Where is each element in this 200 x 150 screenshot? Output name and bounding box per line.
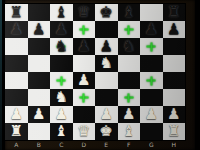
white-pawn[interactable]: ♟ <box>55 106 68 123</box>
square-g2[interactable]: ♟ <box>140 106 163 123</box>
square-d5[interactable] <box>73 55 96 72</box>
legal-move-marker <box>57 42 66 51</box>
square-h4[interactable] <box>163 72 186 89</box>
square-f7[interactable] <box>118 21 141 38</box>
file-label-a: A <box>5 141 28 150</box>
square-b8[interactable] <box>28 4 51 21</box>
square-c8[interactable]: ♝ <box>50 4 73 21</box>
square-f8[interactable]: ♝ <box>118 4 141 21</box>
square-b5[interactable] <box>28 55 51 72</box>
square-g4[interactable] <box>140 72 163 89</box>
square-d7[interactable] <box>73 21 96 38</box>
square-g8[interactable] <box>140 4 163 21</box>
black-pawn[interactable]: ♟ <box>77 38 90 55</box>
square-e8[interactable]: ♚ <box>95 4 118 21</box>
square-b1[interactable] <box>28 123 51 140</box>
legal-move-marker <box>57 76 66 85</box>
legal-move-marker <box>147 76 156 85</box>
square-g6[interactable] <box>140 38 163 55</box>
square-h3[interactable] <box>163 89 186 106</box>
square-g3[interactable] <box>140 89 163 106</box>
file-label-f: F <box>118 141 141 150</box>
file-label-e: E <box>95 141 118 150</box>
white-rook[interactable]: ♜ <box>167 123 180 140</box>
square-e3[interactable] <box>95 89 118 106</box>
square-d2[interactable] <box>73 106 96 123</box>
black-rook[interactable]: ♜ <box>10 4 23 21</box>
square-a2[interactable]: ♟ <box>5 106 28 123</box>
square-b6[interactable] <box>28 38 51 55</box>
black-bishop[interactable]: ♝ <box>122 4 135 21</box>
square-a5[interactable] <box>5 55 28 72</box>
legal-move-marker <box>124 93 133 102</box>
square-f6[interactable]: ♞ <box>118 38 141 55</box>
file-label-row: ABCDEFGH <box>5 141 185 150</box>
file-label-b: B <box>28 141 51 150</box>
chess-board[interactable]: ♜♝♛♚♝♜♟♟♟♟♟♞♟♟♞♞♟♞♟♟♟♟♟♟♟♜♝♛♚♝♜ <box>5 4 185 140</box>
square-d1[interactable]: ♛ <box>73 123 96 140</box>
white-pawn[interactable]: ♟ <box>100 106 113 123</box>
square-f4[interactable] <box>118 72 141 89</box>
white-queen[interactable]: ♛ <box>77 123 90 140</box>
white-knight[interactable]: ♞ <box>55 89 68 106</box>
white-pawn[interactable]: ♟ <box>122 106 135 123</box>
square-a7[interactable]: ♟ <box>5 21 28 38</box>
black-pawn[interactable]: ♟ <box>145 21 158 38</box>
file-label-c: C <box>50 141 73 150</box>
black-king[interactable]: ♚ <box>100 4 113 21</box>
square-e6[interactable]: ♟ <box>95 38 118 55</box>
legal-move-marker <box>124 25 133 34</box>
square-b4[interactable] <box>28 72 51 89</box>
legal-move-marker <box>79 93 88 102</box>
white-knight[interactable]: ♞ <box>100 55 113 72</box>
white-pawn[interactable]: ♟ <box>77 72 90 89</box>
chess-app-window: ♜♝♛♚♝♜♟♟♟♟♟♞♟♟♞♞♟♞♟♟♟♟♟♟♟♜♝♛♚♝♜ ABCDEFGH <box>0 0 200 150</box>
white-pawn[interactable]: ♟ <box>32 106 45 123</box>
square-d8[interactable]: ♛ <box>73 4 96 21</box>
legal-move-marker <box>79 25 88 34</box>
black-pawn[interactable]: ♟ <box>55 21 68 38</box>
square-h1[interactable]: ♜ <box>163 123 186 140</box>
square-c2[interactable]: ♟ <box>50 106 73 123</box>
file-label-g: G <box>140 141 163 150</box>
white-rook[interactable]: ♜ <box>10 123 23 140</box>
black-queen[interactable]: ♛ <box>77 4 90 21</box>
square-c6[interactable]: ♞ <box>50 38 73 55</box>
white-pawn[interactable]: ♟ <box>145 106 158 123</box>
black-pawn[interactable]: ♟ <box>167 21 180 38</box>
white-bishop[interactable]: ♝ <box>122 123 135 140</box>
square-b7[interactable]: ♟ <box>28 21 51 38</box>
white-pawn[interactable]: ♟ <box>167 106 180 123</box>
square-c7[interactable]: ♟ <box>50 21 73 38</box>
square-g7[interactable]: ♟ <box>140 21 163 38</box>
square-d4[interactable]: ♟ <box>73 72 96 89</box>
square-a4[interactable] <box>5 72 28 89</box>
black-bishop[interactable]: ♝ <box>55 4 68 21</box>
square-h7[interactable]: ♟ <box>163 21 186 38</box>
black-knight[interactable]: ♞ <box>122 38 135 55</box>
black-pawn[interactable]: ♟ <box>32 21 45 38</box>
square-e2[interactable]: ♟ <box>95 106 118 123</box>
white-pawn[interactable]: ♟ <box>10 106 23 123</box>
square-e1[interactable]: ♚ <box>95 123 118 140</box>
square-a1[interactable]: ♜ <box>5 123 28 140</box>
file-label-d: D <box>73 141 96 150</box>
square-f2[interactable]: ♟ <box>118 106 141 123</box>
square-g5[interactable] <box>140 55 163 72</box>
square-f1[interactable]: ♝ <box>118 123 141 140</box>
square-e5[interactable]: ♞ <box>95 55 118 72</box>
square-h5[interactable] <box>163 55 186 72</box>
square-g1[interactable] <box>140 123 163 140</box>
file-label-h: H <box>163 141 186 150</box>
square-d6[interactable]: ♟ <box>73 38 96 55</box>
square-b2[interactable]: ♟ <box>28 106 51 123</box>
black-pawn[interactable]: ♟ <box>100 38 113 55</box>
square-a6[interactable] <box>5 38 28 55</box>
black-rook[interactable]: ♜ <box>167 4 180 21</box>
square-c3[interactable]: ♞ <box>50 89 73 106</box>
white-bishop[interactable]: ♝ <box>55 123 68 140</box>
square-e4[interactable] <box>95 72 118 89</box>
square-h6[interactable] <box>163 38 186 55</box>
square-f5[interactable] <box>118 55 141 72</box>
square-a3[interactable] <box>5 89 28 106</box>
square-h8[interactable]: ♜ <box>163 4 186 21</box>
legal-move-marker <box>147 42 156 51</box>
window-edge-highlight <box>0 0 2 150</box>
white-king[interactable]: ♚ <box>100 123 113 140</box>
square-h2[interactable]: ♟ <box>163 106 186 123</box>
square-c4[interactable] <box>50 72 73 89</box>
square-f3[interactable] <box>118 89 141 106</box>
black-pawn[interactable]: ♟ <box>10 21 23 38</box>
square-c5[interactable] <box>50 55 73 72</box>
square-b3[interactable] <box>28 89 51 106</box>
square-d3[interactable] <box>73 89 96 106</box>
square-c1[interactable]: ♝ <box>50 123 73 140</box>
square-e7[interactable] <box>95 21 118 38</box>
square-a8[interactable]: ♜ <box>5 4 28 21</box>
